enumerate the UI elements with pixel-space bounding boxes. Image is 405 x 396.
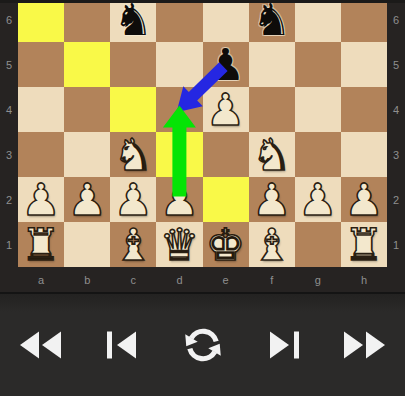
white-bishop-c1[interactable]: ♝ [114,222,153,267]
sync-icon [180,322,226,368]
square-e1[interactable]: ♚ [203,222,249,267]
white-knight-c3[interactable]: ♞ [114,132,153,177]
square-b3[interactable] [64,132,110,177]
square-e2[interactable] [203,177,249,222]
white-rook-h1[interactable]: ♜ [344,222,383,267]
square-a1[interactable]: ♜ [18,222,64,267]
square-a5[interactable] [18,42,64,87]
square-c4[interactable] [110,87,156,132]
rank-label-3: 3 [0,132,18,177]
white-knight-f3[interactable]: ♞ [252,132,291,177]
square-d4[interactable] [156,87,202,132]
fast-forward-icon [342,330,387,360]
white-pawn-b2[interactable]: ♟ [67,177,106,222]
board-frame: ♞♞♟♟♞♞♟♟♟♟♟♟♟♜♝♛♚♝♜ 654321 654321 abcdef… [0,0,405,292]
white-pawn-h2[interactable]: ♟ [344,177,383,222]
rank-label-3: 3 [387,132,405,177]
square-f2[interactable]: ♟ [249,177,295,222]
square-a4[interactable] [18,87,64,132]
rank-label-6: 6 [387,0,405,42]
rank-label-2: 2 [0,177,18,222]
square-c5[interactable] [110,42,156,87]
white-bishop-f1[interactable]: ♝ [252,222,291,267]
chess-app-screen: ♞♞♟♟♞♞♟♟♟♟♟♟♟♜♝♛♚♝♜ 654321 654321 abcdef… [0,0,405,396]
square-b2[interactable]: ♟ [64,177,110,222]
chess-board[interactable]: ♞♞♟♟♞♞♟♟♟♟♟♟♟♜♝♛♚♝♜ [18,0,387,267]
square-g3[interactable] [295,132,341,177]
square-h6[interactable] [341,0,387,42]
square-g2[interactable]: ♟ [295,177,341,222]
white-pawn-g2[interactable]: ♟ [298,177,337,222]
white-rook-a1[interactable]: ♜ [21,222,60,267]
next-move-button[interactable] [243,294,324,396]
square-h1[interactable]: ♜ [341,222,387,267]
square-c1[interactable]: ♝ [110,222,156,267]
white-pawn-a2[interactable]: ♟ [21,177,60,222]
square-e6[interactable] [203,0,249,42]
square-g5[interactable] [295,42,341,87]
file-label-g: g [295,267,341,292]
square-f4[interactable] [249,87,295,132]
rank-label-4: 4 [387,87,405,132]
white-queen-d1[interactable]: ♛ [160,222,199,267]
black-pawn-e5[interactable]: ♟ [206,42,245,87]
square-b5[interactable] [64,42,110,87]
file-label-h: h [341,267,387,292]
rank-label-2: 2 [387,177,405,222]
square-f3[interactable]: ♞ [249,132,295,177]
square-b6[interactable] [64,0,110,42]
white-king-e1[interactable]: ♚ [206,222,245,267]
square-h4[interactable] [341,87,387,132]
square-h5[interactable] [341,42,387,87]
white-pawn-d2[interactable]: ♟ [160,177,199,222]
file-label-a: a [18,267,64,292]
square-d5[interactable] [156,42,202,87]
rank-labels-left: 654321 [0,0,18,267]
file-label-d: d [156,267,202,292]
file-label-f: f [249,267,295,292]
square-a2[interactable]: ♟ [18,177,64,222]
black-knight-c6[interactable]: ♞ [114,0,153,42]
rank-label-1: 1 [0,222,18,267]
square-a6[interactable] [18,0,64,42]
step-back-icon [106,330,138,360]
rank-label-1: 1 [387,222,405,267]
jump-to-end-button[interactable] [324,294,405,396]
jump-to-start-button[interactable] [0,294,81,396]
rank-label-5: 5 [387,42,405,87]
square-f5[interactable] [249,42,295,87]
square-g1[interactable] [295,222,341,267]
white-pawn-c2[interactable]: ♟ [114,177,153,222]
rank-label-5: 5 [0,42,18,87]
square-e5[interactable]: ♟ [203,42,249,87]
white-pawn-e4[interactable]: ♟ [206,87,245,132]
square-e3[interactable] [203,132,249,177]
black-knight-f6[interactable]: ♞ [252,0,291,42]
square-c3[interactable]: ♞ [110,132,156,177]
square-f6[interactable]: ♞ [249,0,295,42]
file-label-e: e [203,267,249,292]
square-h2[interactable]: ♟ [341,177,387,222]
fast-rewind-icon [18,330,63,360]
square-c6[interactable]: ♞ [110,0,156,42]
square-d1[interactable]: ♛ [156,222,202,267]
square-b4[interactable] [64,87,110,132]
rank-labels-right: 654321 [387,0,405,267]
step-forward-icon [268,330,300,360]
square-h3[interactable] [341,132,387,177]
navigation-toolbar [0,294,405,396]
square-d3[interactable] [156,132,202,177]
previous-move-button[interactable] [81,294,162,396]
square-f1[interactable]: ♝ [249,222,295,267]
square-e4[interactable]: ♟ [203,87,249,132]
top-edge-strip [0,0,405,3]
square-g6[interactable] [295,0,341,42]
square-g4[interactable] [295,87,341,132]
flip-board-button[interactable] [162,294,243,396]
white-pawn-f2[interactable]: ♟ [252,177,291,222]
square-c2[interactable]: ♟ [110,177,156,222]
square-d2[interactable]: ♟ [156,177,202,222]
rank-label-4: 4 [0,87,18,132]
square-d6[interactable] [156,0,202,42]
square-b1[interactable] [64,222,110,267]
file-label-c: c [110,267,156,292]
file-label-b: b [64,267,110,292]
file-labels: abcdefgh [18,267,387,292]
rank-label-6: 6 [0,0,18,42]
square-a3[interactable] [18,132,64,177]
